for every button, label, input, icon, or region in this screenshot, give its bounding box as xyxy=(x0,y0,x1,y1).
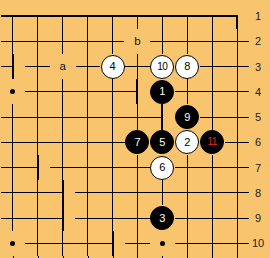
intersection[interactable] xyxy=(100,29,125,54)
go-diagram: ab1234567891011 12345678910 xyxy=(0,0,270,258)
intersection[interactable] xyxy=(175,231,200,256)
intersection[interactable] xyxy=(1,130,26,155)
star-point xyxy=(10,241,15,246)
intersection[interactable] xyxy=(75,79,100,104)
move-number: 3 xyxy=(159,213,165,224)
stone-black-9: 9 xyxy=(175,105,199,129)
intersection[interactable] xyxy=(25,3,50,28)
point-label-text: a xyxy=(60,61,66,73)
stone-white-6: 6 xyxy=(150,156,174,180)
move-number: 1 xyxy=(159,86,165,97)
intersection[interactable] xyxy=(100,155,125,180)
row-coordinate-7: 7 xyxy=(237,162,270,173)
row-coordinates: 12345678910 xyxy=(237,0,270,258)
stone-white-10: 10 xyxy=(150,55,174,79)
intersection[interactable] xyxy=(125,79,150,104)
intersection[interactable] xyxy=(75,180,100,205)
move-number: 11 xyxy=(207,137,216,147)
move-number: 7 xyxy=(134,137,140,148)
row-coordinate-10: 10 xyxy=(237,238,270,249)
row-coordinate-5: 5 xyxy=(237,112,270,123)
stone-white-8: 8 xyxy=(175,55,199,79)
intersection[interactable] xyxy=(150,29,175,54)
row-coordinate-9: 9 xyxy=(237,213,270,224)
intersection[interactable] xyxy=(25,130,50,155)
intersection[interactable] xyxy=(1,29,26,54)
intersection[interactable] xyxy=(125,54,150,79)
intersection[interactable] xyxy=(150,180,175,205)
point-label-b: b xyxy=(124,33,150,49)
intersection[interactable] xyxy=(100,79,125,104)
move-number: 9 xyxy=(184,112,190,123)
intersection[interactable] xyxy=(75,155,100,180)
intersection[interactable] xyxy=(1,180,26,205)
move-number: 2 xyxy=(184,137,190,148)
intersection[interactable] xyxy=(25,29,50,54)
intersection[interactable] xyxy=(200,180,225,205)
intersection[interactable] xyxy=(100,104,125,129)
stone-black-5: 5 xyxy=(150,130,174,154)
move-number: 8 xyxy=(184,61,190,72)
stone-white-2: 2 xyxy=(175,130,199,154)
row-coordinate-6: 6 xyxy=(237,137,270,148)
intersection[interactable] xyxy=(50,29,75,54)
intersection[interactable] xyxy=(50,130,75,155)
intersection[interactable] xyxy=(200,104,225,129)
move-number: 5 xyxy=(159,137,165,148)
intersection[interactable] xyxy=(25,79,50,104)
intersection[interactable] xyxy=(175,205,200,230)
intersection[interactable] xyxy=(100,3,125,28)
intersection[interactable] xyxy=(1,205,26,230)
intersection[interactable] xyxy=(200,205,225,230)
intersection[interactable] xyxy=(50,3,75,28)
intersection[interactable] xyxy=(75,104,100,129)
intersection[interactable] xyxy=(200,79,225,104)
stone-white-4: 4 xyxy=(101,55,125,79)
intersection[interactable] xyxy=(200,54,225,79)
point-label-a: a xyxy=(50,59,76,75)
intersection[interactable] xyxy=(50,79,75,104)
intersection[interactable] xyxy=(200,3,225,28)
intersection[interactable] xyxy=(125,155,150,180)
stone-black-1: 1 xyxy=(150,80,174,104)
intersection[interactable] xyxy=(75,205,100,230)
intersection[interactable] xyxy=(50,104,75,129)
intersection[interactable] xyxy=(200,155,225,180)
stone-black-3: 3 xyxy=(150,206,174,230)
intersection[interactable] xyxy=(50,205,75,230)
intersection[interactable] xyxy=(1,104,26,129)
intersection[interactable] xyxy=(25,205,50,230)
intersection[interactable] xyxy=(200,29,225,54)
row-coordinate-4: 4 xyxy=(237,86,270,97)
intersection[interactable] xyxy=(75,231,100,256)
intersection[interactable] xyxy=(75,54,100,79)
star-point xyxy=(10,89,15,94)
star-point xyxy=(160,241,165,246)
intersection[interactable] xyxy=(25,54,50,79)
intersection[interactable] xyxy=(150,104,175,129)
intersection[interactable] xyxy=(125,3,150,28)
stone-black-11: 11 xyxy=(200,130,224,154)
intersection[interactable] xyxy=(100,231,125,256)
intersection[interactable] xyxy=(200,231,225,256)
intersection[interactable] xyxy=(175,79,200,104)
intersection[interactable] xyxy=(50,155,75,180)
intersection[interactable] xyxy=(75,130,100,155)
point-label-text: b xyxy=(134,36,140,48)
intersection[interactable] xyxy=(150,3,175,28)
stone-black-7: 7 xyxy=(125,130,149,154)
intersection[interactable] xyxy=(125,231,150,256)
intersection[interactable] xyxy=(100,130,125,155)
row-coordinate-1: 1 xyxy=(237,11,270,22)
intersection[interactable] xyxy=(50,180,75,205)
row-coordinate-2: 2 xyxy=(237,36,270,47)
intersection[interactable] xyxy=(175,180,200,205)
intersection[interactable] xyxy=(25,231,50,256)
move-number: 4 xyxy=(109,61,115,72)
intersection[interactable] xyxy=(100,205,125,230)
intersection[interactable] xyxy=(25,180,50,205)
intersection[interactable] xyxy=(1,3,26,28)
intersection[interactable] xyxy=(175,155,200,180)
intersection[interactable] xyxy=(50,231,75,256)
intersection[interactable] xyxy=(1,54,26,79)
intersection[interactable] xyxy=(25,155,50,180)
intersection[interactable] xyxy=(175,3,200,28)
intersection[interactable] xyxy=(100,180,125,205)
intersection[interactable] xyxy=(25,104,50,129)
intersection[interactable] xyxy=(175,29,200,54)
intersection[interactable] xyxy=(125,104,150,129)
intersection[interactable] xyxy=(125,180,150,205)
intersection[interactable] xyxy=(1,155,26,180)
move-number: 10 xyxy=(157,62,167,72)
go-board[interactable]: ab1234567891011 xyxy=(1,3,250,256)
row-coordinate-8: 8 xyxy=(237,187,270,198)
intersection[interactable] xyxy=(125,205,150,230)
row-coordinate-3: 3 xyxy=(237,61,270,72)
move-number: 6 xyxy=(159,162,165,173)
intersection[interactable] xyxy=(75,3,100,28)
intersection[interactable] xyxy=(75,29,100,54)
